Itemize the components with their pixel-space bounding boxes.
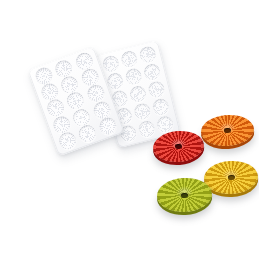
tart-center-hole [227,175,234,180]
tart-center-hole [181,192,188,197]
tart-center-hole [224,128,231,133]
mold-cavity-daisy [97,115,119,137]
tart-disc-green [156,177,213,214]
mold-cavity-swirl [137,119,156,138]
product-photo [0,0,259,259]
tart-disc-orange [200,113,255,148]
tart-center-hole [175,144,182,150]
